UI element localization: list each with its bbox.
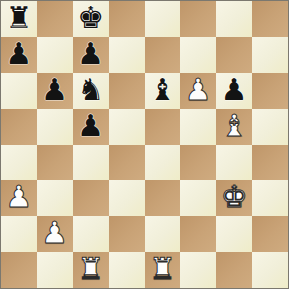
square-c2[interactable] [73, 216, 109, 252]
square-f3[interactable] [180, 180, 216, 216]
black-pawn[interactable]: ♟ [41, 75, 68, 105]
black-rook[interactable]: ♜ [5, 3, 32, 33]
square-a8[interactable]: ♜ [1, 1, 37, 37]
white-pawn[interactable]: ♟ [5, 182, 32, 212]
square-e3[interactable] [145, 180, 181, 216]
square-f4[interactable] [180, 145, 216, 181]
square-h8[interactable] [252, 1, 288, 37]
square-e5[interactable] [145, 109, 181, 145]
square-b3[interactable] [37, 180, 73, 216]
square-c8[interactable]: ♚ [73, 1, 109, 37]
square-f6[interactable]: ♟ [180, 73, 216, 109]
chess-board-frame: ♜♚♟♟♟♞♝♟♟♟♝♟♚♟♜♜ [0, 0, 289, 289]
square-f2[interactable] [180, 216, 216, 252]
square-d7[interactable] [109, 37, 145, 73]
white-rook[interactable]: ♜ [77, 254, 104, 284]
black-pawn[interactable]: ♟ [5, 39, 32, 69]
square-h3[interactable] [252, 180, 288, 216]
square-a3[interactable]: ♟ [1, 180, 37, 216]
black-knight[interactable]: ♞ [77, 75, 104, 105]
square-g6[interactable]: ♟ [216, 73, 252, 109]
white-pawn[interactable]: ♟ [41, 218, 68, 248]
square-g5[interactable]: ♝ [216, 109, 252, 145]
square-b4[interactable] [37, 145, 73, 181]
square-h5[interactable] [252, 109, 288, 145]
black-bishop[interactable]: ♝ [149, 75, 176, 105]
square-b2[interactable]: ♟ [37, 216, 73, 252]
square-b5[interactable] [37, 109, 73, 145]
black-pawn[interactable]: ♟ [77, 111, 104, 141]
square-d6[interactable] [109, 73, 145, 109]
square-d4[interactable] [109, 145, 145, 181]
square-e7[interactable] [145, 37, 181, 73]
white-rook[interactable]: ♜ [149, 254, 176, 284]
square-f8[interactable] [180, 1, 216, 37]
square-b6[interactable]: ♟ [37, 73, 73, 109]
square-c5[interactable]: ♟ [73, 109, 109, 145]
square-a6[interactable] [1, 73, 37, 109]
square-c6[interactable]: ♞ [73, 73, 109, 109]
square-g8[interactable] [216, 1, 252, 37]
chess-board: ♜♚♟♟♟♞♝♟♟♟♝♟♚♟♜♜ [1, 1, 288, 288]
white-king[interactable]: ♚ [221, 182, 248, 212]
square-a2[interactable] [1, 216, 37, 252]
square-d3[interactable] [109, 180, 145, 216]
square-a5[interactable] [1, 109, 37, 145]
square-d8[interactable] [109, 1, 145, 37]
square-e6[interactable]: ♝ [145, 73, 181, 109]
square-e2[interactable] [145, 216, 181, 252]
black-pawn[interactable]: ♟ [221, 75, 248, 105]
square-e8[interactable] [145, 1, 181, 37]
square-b1[interactable] [37, 252, 73, 288]
square-g3[interactable]: ♚ [216, 180, 252, 216]
square-h7[interactable] [252, 37, 288, 73]
square-c3[interactable] [73, 180, 109, 216]
square-c7[interactable]: ♟ [73, 37, 109, 73]
square-h4[interactable] [252, 145, 288, 181]
square-c4[interactable] [73, 145, 109, 181]
square-a7[interactable]: ♟ [1, 37, 37, 73]
square-b7[interactable] [37, 37, 73, 73]
square-e4[interactable] [145, 145, 181, 181]
square-b8[interactable] [37, 1, 73, 37]
square-d2[interactable] [109, 216, 145, 252]
square-h6[interactable] [252, 73, 288, 109]
white-pawn[interactable]: ♟ [185, 75, 212, 105]
white-bishop[interactable]: ♝ [221, 111, 248, 141]
square-g7[interactable] [216, 37, 252, 73]
black-king[interactable]: ♚ [77, 3, 104, 33]
square-f7[interactable] [180, 37, 216, 73]
square-h1[interactable] [252, 252, 288, 288]
square-h2[interactable] [252, 216, 288, 252]
square-d1[interactable] [109, 252, 145, 288]
square-g2[interactable] [216, 216, 252, 252]
square-d5[interactable] [109, 109, 145, 145]
square-f5[interactable] [180, 109, 216, 145]
square-g1[interactable] [216, 252, 252, 288]
black-pawn[interactable]: ♟ [77, 39, 104, 69]
square-g4[interactable] [216, 145, 252, 181]
square-e1[interactable]: ♜ [145, 252, 181, 288]
square-c1[interactable]: ♜ [73, 252, 109, 288]
square-f1[interactable] [180, 252, 216, 288]
square-a1[interactable] [1, 252, 37, 288]
square-a4[interactable] [1, 145, 37, 181]
